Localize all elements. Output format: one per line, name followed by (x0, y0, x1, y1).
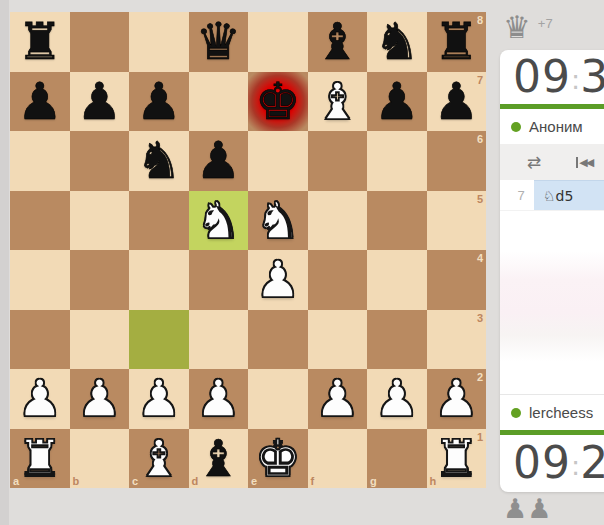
square-b5[interactable] (70, 191, 130, 251)
captured-pawn-icon: ♟ (527, 495, 548, 522)
square-a4[interactable] (10, 250, 70, 310)
chess-board[interactable]: ♜♛♝♞8♜♟♟♟♚♝♟7♟♞♟6♞♞5♟43♟♟♟♟♟♟2♟a♜bc♝d♝e♚… (10, 12, 486, 488)
square-a6[interactable] (10, 131, 70, 191)
square-f7[interactable]: ♝ (308, 72, 368, 132)
black-bishop[interactable]: ♝ (195, 433, 241, 484)
white-bishop[interactable]: ♝ (136, 433, 182, 484)
online-status-dot (511, 408, 521, 418)
black-pawn[interactable]: ♟ (17, 76, 63, 127)
square-f8[interactable]: ♝ (308, 12, 368, 72)
top-player-row[interactable]: Аноним (500, 109, 604, 144)
square-d5[interactable]: ♞ (189, 191, 249, 251)
top-player-name[interactable]: Аноним (529, 118, 583, 135)
square-g7[interactable]: ♟ (367, 72, 427, 132)
top-player-clock: 09:3 (500, 50, 604, 104)
square-c6[interactable]: ♞ (129, 131, 189, 191)
square-c5[interactable] (129, 191, 189, 251)
square-c1[interactable]: c♝ (129, 429, 189, 489)
square-a1[interactable]: a♜ (10, 429, 70, 489)
white-knight[interactable]: ♞ (255, 195, 301, 246)
square-h7[interactable]: 7♟ (427, 72, 487, 132)
square-b7[interactable]: ♟ (70, 72, 130, 132)
movelist-toolbar: ⇄ ◀◀ (500, 144, 604, 180)
rank-label-3: 3 (477, 312, 483, 324)
white-pawn[interactable]: ♟ (17, 373, 63, 424)
square-a5[interactable] (10, 191, 70, 251)
rank-label-6: 6 (477, 133, 483, 145)
square-c2[interactable]: ♟ (129, 369, 189, 429)
square-h5[interactable]: 5 (427, 191, 487, 251)
square-h8[interactable]: 8♜ (427, 12, 487, 72)
square-b3[interactable] (70, 310, 130, 370)
black-rook[interactable]: ♜ (17, 16, 63, 67)
white-pawn[interactable]: ♟ (195, 373, 241, 424)
square-a7[interactable]: ♟ (10, 72, 70, 132)
square-f4[interactable] (308, 250, 368, 310)
white-pawn[interactable]: ♟ (136, 373, 182, 424)
square-a2[interactable]: ♟ (10, 369, 70, 429)
captured-pieces-tray-top: ♛ +7 (503, 8, 553, 46)
white-pawn[interactable]: ♟ (433, 373, 479, 424)
white-king[interactable]: ♚ (255, 433, 301, 484)
square-c8[interactable] (129, 12, 189, 72)
square-g1[interactable]: g (367, 429, 427, 489)
square-h1[interactable]: 1h♜ (427, 429, 487, 489)
square-b8[interactable] (70, 12, 130, 72)
square-e4[interactable]: ♟ (248, 250, 308, 310)
file-label-g: g (370, 475, 377, 487)
square-d1[interactable]: d♝ (189, 429, 249, 489)
square-e2[interactable] (248, 369, 308, 429)
square-e8[interactable] (248, 12, 308, 72)
square-d2[interactable]: ♟ (189, 369, 249, 429)
white-pawn[interactable]: ♟ (255, 254, 301, 305)
square-h3[interactable]: 3 (427, 310, 487, 370)
white-pawn[interactable]: ♟ (76, 373, 122, 424)
black-king[interactable]: ♚ (255, 76, 301, 127)
bottom-player-clock: 09:2 (500, 435, 604, 496)
online-status-dot (511, 122, 521, 132)
current-move[interactable]: ♘d5 (534, 180, 604, 210)
square-c7[interactable]: ♟ (129, 72, 189, 132)
white-rook[interactable]: ♜ (17, 433, 63, 484)
square-g8[interactable]: ♞ (367, 12, 427, 72)
square-h6[interactable]: 6 (427, 131, 487, 191)
white-pawn[interactable]: ♟ (374, 373, 420, 424)
square-c3[interactable] (129, 310, 189, 370)
square-h2[interactable]: 2♟ (427, 369, 487, 429)
black-rook[interactable]: ♜ (433, 16, 479, 67)
rank-label-4: 4 (477, 252, 483, 264)
file-label-b: b (73, 475, 80, 487)
go-to-start-icon[interactable]: ◀◀ (576, 157, 592, 168)
material-advantage: +7 (538, 16, 553, 31)
game-side-panel: 09:3 Аноним ⇄ ◀◀ 7 ♘d5 — lercheess 09:2 (500, 50, 604, 492)
square-g6[interactable] (367, 131, 427, 191)
captured-pieces-tray-bottom: ♟ ♟ (503, 492, 548, 525)
square-b4[interactable] (70, 250, 130, 310)
square-f1[interactable]: f (308, 429, 368, 489)
black-pawn[interactable]: ♟ (136, 76, 182, 127)
square-d4[interactable] (189, 250, 249, 310)
bottom-player-name[interactable]: lercheess (529, 404, 593, 421)
square-f2[interactable]: ♟ (308, 369, 368, 429)
square-e3[interactable] (248, 310, 308, 370)
black-bishop[interactable]: ♝ (314, 16, 360, 67)
rank-label-5: 5 (477, 193, 483, 205)
black-knight[interactable]: ♞ (136, 135, 182, 186)
black-pawn[interactable]: ♟ (195, 135, 241, 186)
square-e7[interactable]: ♚ (248, 72, 308, 132)
viewport-edge (0, 0, 9, 525)
square-f6[interactable] (308, 131, 368, 191)
square-d8[interactable]: ♛ (189, 12, 249, 72)
white-pawn[interactable]: ♟ (314, 373, 360, 424)
white-bishop[interactable]: ♝ (314, 76, 360, 127)
flip-board-icon[interactable]: ⇄ (527, 152, 541, 173)
square-d6[interactable]: ♟ (189, 131, 249, 191)
square-d3[interactable] (189, 310, 249, 370)
square-a3[interactable] (10, 310, 70, 370)
square-e6[interactable] (248, 131, 308, 191)
square-e5[interactable]: ♞ (248, 191, 308, 251)
square-h4[interactable]: 4 (427, 250, 487, 310)
captured-pawn-icon: ♟ (503, 495, 524, 522)
black-knight[interactable]: ♞ (374, 16, 420, 67)
black-pawn[interactable]: ♟ (76, 76, 122, 127)
square-g2[interactable]: ♟ (367, 369, 427, 429)
square-g5[interactable] (367, 191, 427, 251)
square-d7[interactable] (189, 72, 249, 132)
move-number: 7 (508, 188, 534, 203)
square-f5[interactable] (308, 191, 368, 251)
captured-queen-icon: ♛ (503, 12, 531, 43)
white-rook[interactable]: ♜ (433, 433, 479, 484)
move-list-row: 7 ♘d5 (500, 180, 604, 211)
square-c4[interactable] (129, 250, 189, 310)
square-e1[interactable]: e♚ (248, 429, 308, 489)
black-queen[interactable]: ♛ (195, 16, 241, 67)
square-b1[interactable]: b (70, 429, 130, 489)
square-f3[interactable] (308, 310, 368, 370)
square-b6[interactable] (70, 131, 130, 191)
file-label-f: f (311, 475, 315, 487)
black-pawn[interactable]: ♟ (433, 76, 479, 127)
square-a8[interactable]: ♜ (10, 12, 70, 72)
bottom-player-row[interactable]: lercheess (500, 395, 604, 430)
square-b2[interactable]: ♟ (70, 369, 130, 429)
black-pawn[interactable]: ♟ (374, 76, 420, 127)
panel-body: — (500, 211, 604, 394)
square-g4[interactable] (367, 250, 427, 310)
square-g3[interactable] (367, 310, 427, 370)
white-knight[interactable]: ♞ (195, 195, 241, 246)
